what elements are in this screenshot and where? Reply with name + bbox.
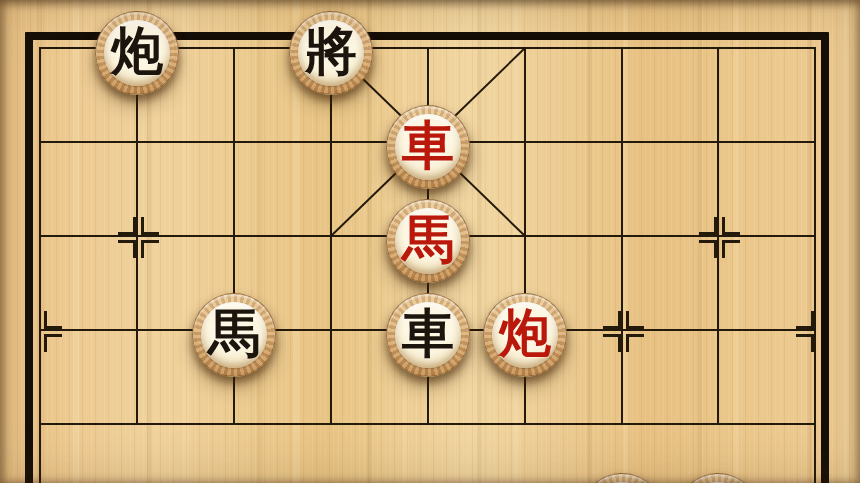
piece-red-cannon[interactable]: 炮 bbox=[483, 293, 567, 377]
file-line bbox=[330, 47, 332, 425]
piece-face: 車 bbox=[395, 114, 461, 180]
piece-black-cannon[interactable]: 炮 bbox=[95, 11, 179, 95]
point-marker-arm bbox=[141, 217, 159, 235]
piece-label: 馬 bbox=[402, 213, 454, 265]
file-edge-line bbox=[814, 47, 816, 483]
point-marker-arm bbox=[603, 334, 621, 352]
point-marker-arm bbox=[796, 311, 814, 329]
piece-face: 炮 bbox=[104, 20, 170, 86]
file-line bbox=[621, 47, 623, 425]
piece-black-chariot[interactable]: 車 bbox=[386, 293, 470, 377]
piece-label: 車 bbox=[402, 119, 454, 171]
xiangqi-board: 炮將車馬馬車炮 bbox=[0, 0, 860, 483]
point-marker-arm bbox=[796, 334, 814, 352]
point-marker-arm bbox=[603, 311, 621, 329]
file-edge-line bbox=[39, 47, 41, 483]
piece-label: 將 bbox=[305, 25, 357, 77]
piece-red-horse[interactable]: 馬 bbox=[386, 199, 470, 283]
piece-label: 炮 bbox=[111, 25, 163, 77]
point-marker-arm bbox=[118, 217, 136, 235]
point-marker-arm bbox=[722, 217, 740, 235]
piece-face: 炮 bbox=[492, 302, 558, 368]
piece-face: 馬 bbox=[201, 302, 267, 368]
point-marker-arm bbox=[44, 311, 62, 329]
piece-label: 炮 bbox=[499, 307, 551, 359]
piece-red-chariot[interactable]: 車 bbox=[386, 105, 470, 189]
piece-black-horse[interactable]: 馬 bbox=[192, 293, 276, 377]
point-marker-arm bbox=[722, 240, 740, 258]
point-marker-arm bbox=[141, 240, 159, 258]
piece-face: 車 bbox=[395, 302, 461, 368]
piece-face: 馬 bbox=[395, 208, 461, 274]
point-marker-arm bbox=[118, 240, 136, 258]
point-marker-arm bbox=[626, 334, 644, 352]
file-line bbox=[717, 47, 719, 425]
point-marker-arm bbox=[699, 240, 717, 258]
piece-label: 車 bbox=[402, 307, 454, 359]
file-line bbox=[136, 47, 138, 425]
point-marker-arm bbox=[626, 311, 644, 329]
piece-face: 將 bbox=[298, 20, 364, 86]
point-marker-arm bbox=[699, 217, 717, 235]
piece-label: 馬 bbox=[208, 307, 260, 359]
point-marker-arm bbox=[44, 334, 62, 352]
piece-black-general[interactable]: 將 bbox=[289, 11, 373, 95]
